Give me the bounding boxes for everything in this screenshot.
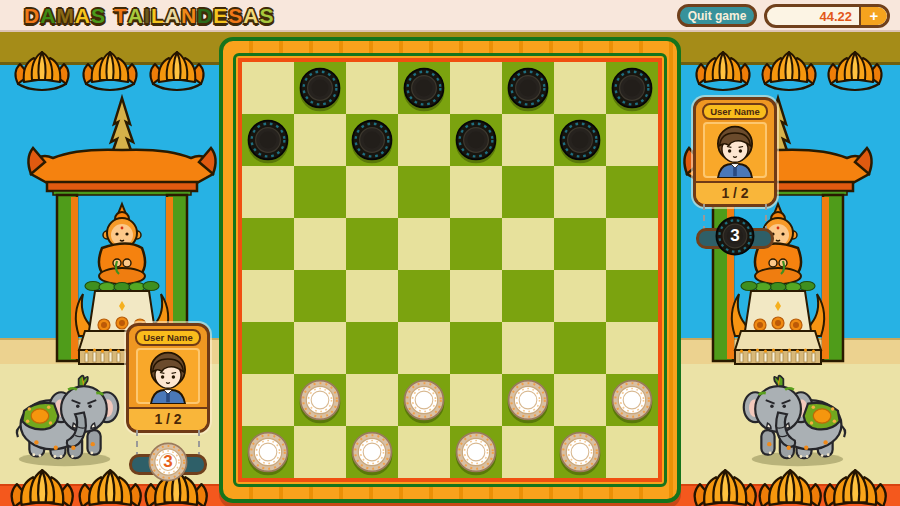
player-score-left: 1 / 2 [129, 407, 207, 430]
square-b7 [294, 114, 346, 166]
square-b6[interactable] [294, 166, 346, 218]
square-d7 [398, 114, 450, 166]
square-e5[interactable] [450, 218, 502, 270]
square-h1 [606, 426, 658, 478]
square-g5[interactable] [554, 218, 606, 270]
square-f5 [502, 218, 554, 270]
square-g7[interactable] [554, 114, 606, 166]
square-e1[interactable] [450, 426, 502, 478]
player-card-left: User Name 1 / 2 3 [126, 323, 210, 433]
square-h5 [606, 218, 658, 270]
square-g8 [554, 62, 606, 114]
square-f1 [502, 426, 554, 478]
square-c5[interactable] [346, 218, 398, 270]
coin-value: 44.22 [767, 7, 859, 25]
square-h4[interactable] [606, 270, 658, 322]
square-e3[interactable] [450, 322, 502, 374]
square-d3 [398, 322, 450, 374]
square-e6 [450, 166, 502, 218]
square-b1 [294, 426, 346, 478]
black-piece[interactable] [557, 117, 603, 163]
black-piece[interactable] [297, 65, 343, 111]
square-e8 [450, 62, 502, 114]
square-c8 [346, 62, 398, 114]
player-score-right: 1 / 2 [696, 181, 774, 204]
white-piece[interactable] [245, 429, 291, 475]
square-h2[interactable] [606, 374, 658, 426]
square-f3 [502, 322, 554, 374]
square-d5 [398, 218, 450, 270]
captured-badge-left: 3 [126, 430, 210, 488]
square-g3[interactable] [554, 322, 606, 374]
square-c3[interactable] [346, 322, 398, 374]
square-a6 [242, 166, 294, 218]
square-f8[interactable] [502, 62, 554, 114]
square-e4 [450, 270, 502, 322]
white-piece[interactable] [349, 429, 395, 475]
square-d6[interactable] [398, 166, 450, 218]
black-piece[interactable] [453, 117, 499, 163]
black-piece[interactable] [609, 65, 655, 111]
board-frame [219, 37, 681, 503]
square-b5 [294, 218, 346, 270]
square-h6[interactable] [606, 166, 658, 218]
square-b8[interactable] [294, 62, 346, 114]
square-e7[interactable] [450, 114, 502, 166]
square-a1[interactable] [242, 426, 294, 478]
coin-plus-button[interactable]: + [859, 7, 887, 25]
square-d8[interactable] [398, 62, 450, 114]
player-name-left: User Name [135, 329, 201, 346]
avatar-icon [708, 124, 762, 178]
black-piece-badge: 3 [713, 214, 757, 258]
black-piece[interactable] [401, 65, 447, 111]
square-a7[interactable] [242, 114, 294, 166]
square-f4[interactable] [502, 270, 554, 322]
player-avatar-right [703, 122, 767, 178]
square-f6[interactable] [502, 166, 554, 218]
white-piece[interactable] [453, 429, 499, 475]
white-piece[interactable] [557, 429, 603, 475]
square-b3 [294, 322, 346, 374]
captured-badge-right: 3 [693, 204, 777, 262]
square-f7 [502, 114, 554, 166]
player-avatar-left [136, 348, 200, 404]
white-piece[interactable] [609, 377, 655, 423]
white-piece-badge: 3 [146, 440, 190, 484]
white-piece[interactable] [401, 377, 447, 423]
square-h7 [606, 114, 658, 166]
badge-count-right: 3 [713, 214, 757, 258]
avatar-icon [141, 350, 195, 404]
square-h8[interactable] [606, 62, 658, 114]
square-c7[interactable] [346, 114, 398, 166]
square-c1[interactable] [346, 426, 398, 478]
player-name-right: User Name [702, 103, 768, 120]
white-piece[interactable] [505, 377, 551, 423]
game-screen: DAMASTAILANDESAS Quit game 44.22 + User … [0, 0, 900, 506]
square-g2 [554, 374, 606, 426]
black-piece[interactable] [349, 117, 395, 163]
game-title: DAMASTAILANDESAS [24, 1, 274, 31]
coin-counter: 44.22 + [764, 4, 890, 28]
square-h3 [606, 322, 658, 374]
square-g6 [554, 166, 606, 218]
square-d2[interactable] [398, 374, 450, 426]
square-a3[interactable] [242, 322, 294, 374]
square-d1 [398, 426, 450, 478]
square-f2[interactable] [502, 374, 554, 426]
white-piece[interactable] [297, 377, 343, 423]
square-c4 [346, 270, 398, 322]
square-a2 [242, 374, 294, 426]
square-g4 [554, 270, 606, 322]
square-d4[interactable] [398, 270, 450, 322]
square-e2 [450, 374, 502, 426]
square-b4[interactable] [294, 270, 346, 322]
black-piece[interactable] [505, 65, 551, 111]
board-red-frame [238, 58, 662, 482]
badge-count-left: 3 [146, 440, 190, 484]
quit-game-button[interactable]: Quit game [677, 4, 757, 27]
square-a5[interactable] [242, 218, 294, 270]
square-g1[interactable] [554, 426, 606, 478]
board-grid [242, 62, 658, 478]
square-c2 [346, 374, 398, 426]
black-piece[interactable] [245, 117, 291, 163]
board-inner-frame [233, 53, 667, 487]
square-a8 [242, 62, 294, 114]
square-a4 [242, 270, 294, 322]
player-card-right: User Name 1 / 2 3 [693, 97, 777, 207]
square-c6 [346, 166, 398, 218]
square-b2[interactable] [294, 374, 346, 426]
